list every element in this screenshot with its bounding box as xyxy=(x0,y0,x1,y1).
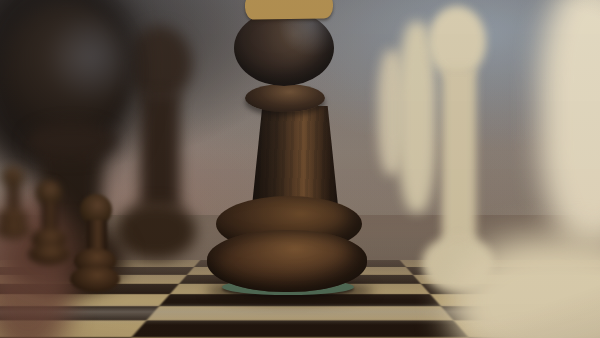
pawn-stem xyxy=(252,106,338,206)
black-pawn-blur1-head xyxy=(2,2,130,140)
white-pawn-mid-stem xyxy=(442,68,476,248)
black-pawn-blur1-collar xyxy=(26,122,116,160)
pawn-head xyxy=(234,10,334,86)
chess-macro-scene xyxy=(0,0,600,338)
gold-crown xyxy=(245,0,333,20)
black-pawn-blur2-base xyxy=(116,202,196,260)
black-pawn-blur2-stem xyxy=(140,92,180,210)
black-pawn-blur2-head xyxy=(126,26,192,102)
pawn-base-lower-bulge xyxy=(207,230,367,292)
pawn-collar xyxy=(245,84,325,112)
